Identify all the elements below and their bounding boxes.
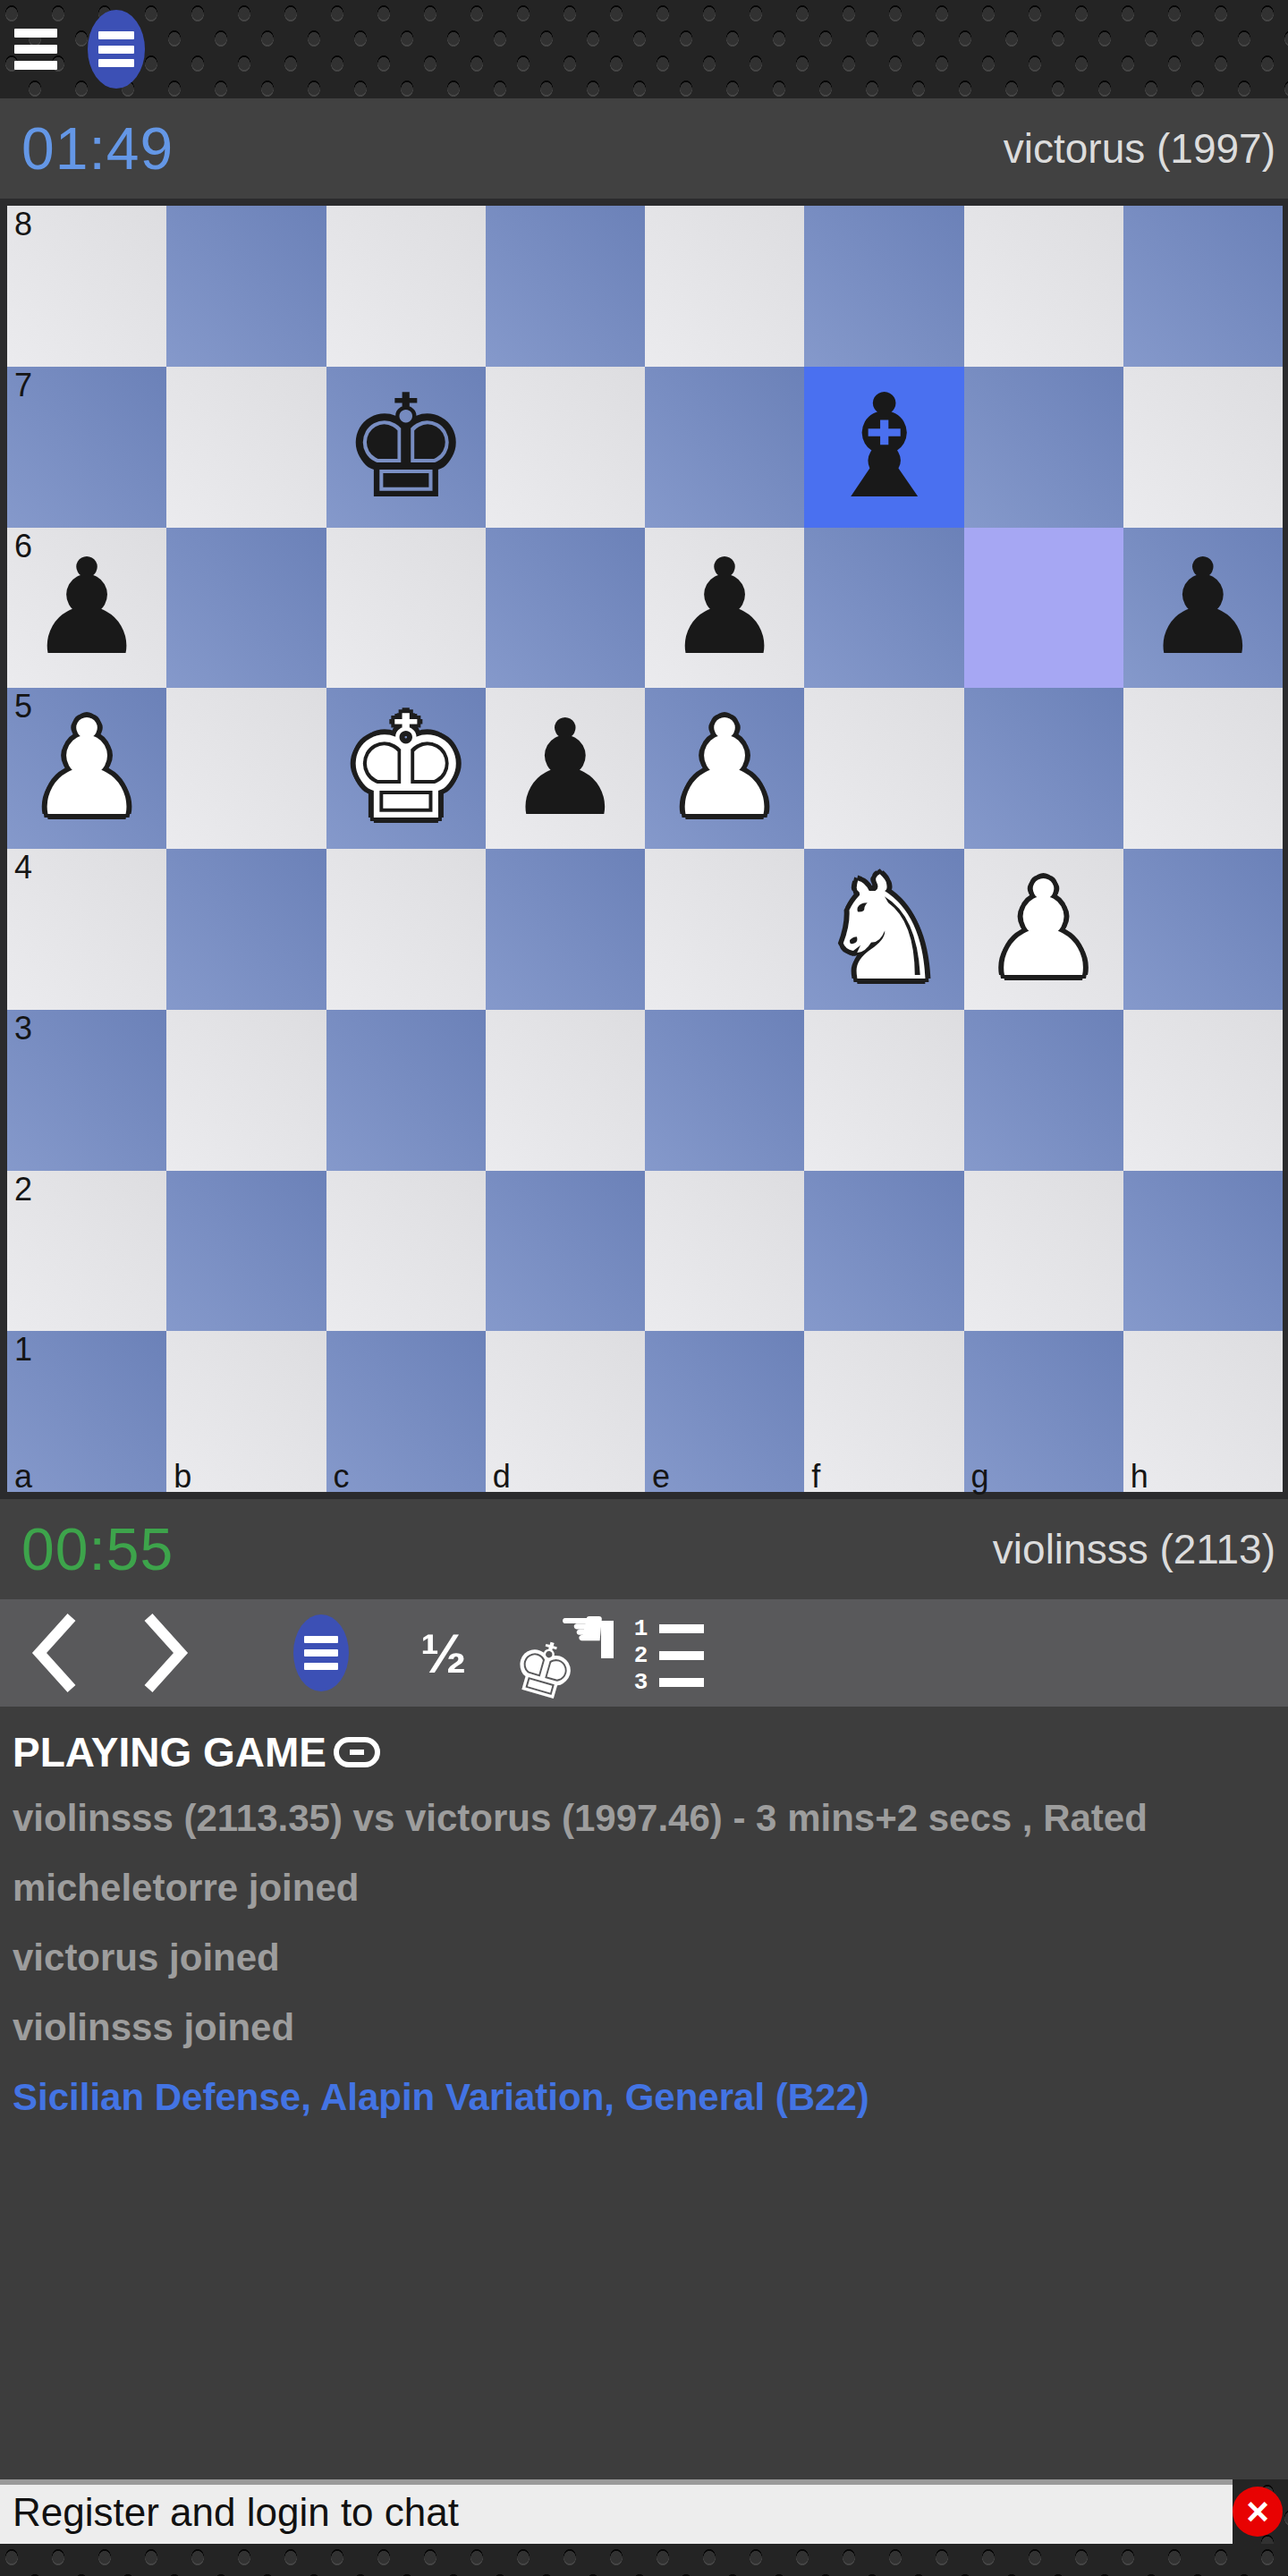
square-c6[interactable] [326, 528, 486, 689]
square-a5[interactable]: 5♟ [7, 688, 166, 849]
file-label-b: b [174, 1458, 191, 1496]
chevron-left-icon [25, 1610, 88, 1696]
console-message-list: violinsss (2113.35) vs victorus (1997.46… [13, 1787, 1275, 2129]
menu-icon[interactable] [14, 29, 57, 70]
square-c8[interactable] [326, 206, 486, 367]
square-f7[interactable]: ♝ [804, 367, 963, 528]
rank-label-2: 2 [14, 1171, 32, 1208]
file-label-h: h [1131, 1458, 1148, 1496]
square-f1[interactable]: f [804, 1331, 963, 1492]
console-message: violinsss (2113.35) vs victorus (1997.46… [13, 1787, 1202, 1850]
opening-name-link[interactable]: Sicilian Defense, Alapin Variation, Gene… [13, 2066, 1202, 2129]
game-menu-icon [304, 1636, 338, 1670]
square-c2[interactable] [326, 1171, 486, 1332]
white-king-c5[interactable]: ♚ [342, 697, 470, 840]
square-g8[interactable] [964, 206, 1123, 367]
white-knight-f4[interactable]: ♞ [820, 858, 948, 1001]
square-c7[interactable]: ♚ [326, 367, 486, 528]
console-message: victorus joined [13, 1927, 1202, 1989]
square-d7[interactable] [486, 367, 645, 528]
square-d8[interactable] [486, 206, 645, 367]
square-a6[interactable]: 6♟ [7, 528, 166, 689]
square-d3[interactable] [486, 1010, 645, 1171]
square-a1[interactable]: 1a [7, 1331, 166, 1492]
square-h6[interactable]: ♟ [1123, 528, 1283, 689]
file-label-d: d [493, 1458, 511, 1496]
square-f3[interactable] [804, 1010, 963, 1171]
menu-button[interactable] [88, 10, 145, 89]
black-pawn-e6[interactable]: ♟ [665, 541, 784, 674]
square-c1[interactable]: c [326, 1331, 486, 1492]
square-h4[interactable] [1123, 849, 1283, 1010]
rank-label-5: 5 [14, 688, 32, 725]
square-d6[interactable] [486, 528, 645, 689]
black-pawn-a6[interactable]: ♟ [28, 541, 147, 674]
square-e5[interactable]: ♟ [645, 688, 804, 849]
square-b6[interactable] [166, 528, 326, 689]
square-b2[interactable] [166, 1171, 326, 1332]
rank-label-4: 4 [14, 849, 32, 886]
file-label-f: f [811, 1458, 820, 1496]
square-g7[interactable] [964, 367, 1123, 528]
square-g2[interactable] [964, 1171, 1123, 1332]
square-c5[interactable]: ♚ [326, 688, 486, 849]
file-label-c: c [334, 1458, 350, 1496]
console-message: micheletorre joined [13, 1857, 1202, 1919]
game-action-bar: ½ ♚ ☚ 1 2 3 [0, 1599, 1288, 1707]
square-h3[interactable] [1123, 1010, 1283, 1171]
square-h8[interactable] [1123, 206, 1283, 367]
resign-button[interactable]: ♚ ☚ [513, 1606, 610, 1699]
opponent-name: victorus (1997) [1004, 124, 1275, 173]
square-d5[interactable]: ♟ [486, 688, 645, 849]
hand-sleeve [601, 1621, 614, 1658]
move-list-button[interactable]: 1 2 3 [633, 1615, 705, 1690]
square-e3[interactable] [645, 1010, 804, 1171]
console-message: violinsss joined [13, 1996, 1202, 2059]
square-g3[interactable] [964, 1010, 1123, 1171]
chess-board-grid: 87♚♝6♟♟♟5♟♚♟♟4♞♟321abcdefgh [7, 206, 1283, 1492]
square-h5[interactable] [1123, 688, 1283, 849]
square-b4[interactable] [166, 849, 326, 1010]
square-c4[interactable] [326, 849, 486, 1010]
square-b7[interactable] [166, 367, 326, 528]
square-a4[interactable]: 4 [7, 849, 166, 1010]
back-move-button[interactable] [25, 1610, 88, 1696]
square-f2[interactable] [804, 1171, 963, 1332]
square-f8[interactable] [804, 206, 963, 367]
offer-draw-button[interactable]: ½ [420, 1622, 467, 1685]
square-d2[interactable] [486, 1171, 645, 1332]
file-label-a: a [14, 1458, 32, 1496]
console-heading: PLAYING GAME [13, 1724, 326, 1780]
square-e7[interactable] [645, 367, 804, 528]
square-b3[interactable] [166, 1010, 326, 1171]
square-e8[interactable] [645, 206, 804, 367]
player-name: violinsss (2113) [993, 1525, 1275, 1573]
square-e1[interactable]: e [645, 1331, 804, 1492]
square-g1[interactable]: g [964, 1331, 1123, 1492]
square-g5[interactable] [964, 688, 1123, 849]
file-label-e: e [652, 1458, 670, 1496]
link-icon[interactable] [334, 1737, 380, 1767]
square-f5[interactable] [804, 688, 963, 849]
square-f4[interactable]: ♞ [804, 849, 963, 1010]
square-c3[interactable] [326, 1010, 486, 1171]
rank-label-6: 6 [14, 528, 32, 565]
square-e4[interactable] [645, 849, 804, 1010]
square-g4[interactable]: ♟ [964, 849, 1123, 1010]
white-pawn-a5[interactable]: ♟ [28, 702, 147, 835]
chat-input[interactable] [0, 2479, 1233, 2544]
white-pawn-g4[interactable]: ♟ [984, 863, 1103, 996]
square-h2[interactable] [1123, 1171, 1283, 1332]
menu-button-icon [98, 31, 134, 67]
rank-label-8: 8 [14, 206, 32, 243]
file-label-g: g [971, 1458, 989, 1496]
square-d1[interactable]: d [486, 1331, 645, 1492]
square-e2[interactable] [645, 1171, 804, 1332]
square-b5[interactable] [166, 688, 326, 849]
black-bishop-f7[interactable]: ♝ [820, 376, 948, 519]
square-f6[interactable] [804, 528, 963, 689]
square-g6[interactable] [964, 528, 1123, 689]
top-app-bar [0, 0, 1288, 98]
white-pawn-e5[interactable]: ♟ [665, 702, 784, 835]
pointing-hand-icon: ☚ [558, 1601, 606, 1655]
black-king-c7[interactable]: ♚ [342, 376, 470, 519]
chat-close-button[interactable]: × [1233, 2487, 1283, 2537]
square-h7[interactable] [1123, 367, 1283, 528]
opponent-clock: 01:49 [21, 114, 174, 182]
square-b1[interactable]: b [166, 1331, 326, 1492]
bottom-strip [0, 2544, 1288, 2576]
square-a7[interactable]: 7 [7, 367, 166, 528]
player-clock-bar: 00:55 violinsss (2113) [0, 1499, 1288, 1599]
chess-board: 87♚♝6♟♟♟5♟♚♟♟4♞♟321abcdefgh [0, 199, 1288, 1499]
rank-label-1: 1 [14, 1331, 32, 1368]
player-clock: 00:55 [21, 1515, 174, 1583]
black-pawn-d5[interactable]: ♟ [506, 702, 625, 835]
rank-label-3: 3 [14, 1010, 32, 1047]
console-heading-row: PLAYING GAME [13, 1724, 1275, 1780]
game-console: PLAYING GAME violinsss (2113.35) vs vict… [0, 1707, 1288, 2479]
square-a8[interactable]: 8 [7, 206, 166, 367]
game-menu-button[interactable] [293, 1614, 349, 1691]
square-a3[interactable]: 3 [7, 1010, 166, 1171]
chat-bar: × [0, 2479, 1288, 2544]
opponent-clock-bar: 01:49 victorus (1997) [0, 98, 1288, 199]
forward-move-button[interactable] [132, 1610, 195, 1696]
square-b8[interactable] [166, 206, 326, 367]
square-h1[interactable]: h [1123, 1331, 1283, 1492]
black-pawn-h6[interactable]: ♟ [1144, 541, 1263, 674]
square-e6[interactable]: ♟ [645, 528, 804, 689]
rank-label-7: 7 [14, 367, 32, 404]
chevron-right-icon [132, 1610, 195, 1696]
square-a2[interactable]: 2 [7, 1171, 166, 1332]
square-d4[interactable] [486, 849, 645, 1010]
